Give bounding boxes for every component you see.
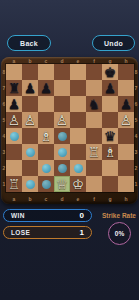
- strike-rate-gauge: 0%: [108, 222, 131, 245]
- coordinate-file-label: h: [118, 196, 134, 202]
- coordinate-file-label: d: [54, 196, 70, 202]
- square-c2[interactable]: [38, 160, 54, 176]
- piece-white-pawn[interactable]: ♙: [54, 112, 70, 128]
- square-h2[interactable]: [118, 160, 134, 176]
- square-e8[interactable]: [70, 64, 86, 80]
- coordinate-file-label: g: [102, 196, 118, 202]
- coordinate-rank-label: 7: [134, 80, 138, 96]
- square-c3[interactable]: [38, 144, 54, 160]
- square-d4[interactable]: [54, 128, 70, 144]
- square-g8[interactable]: ♚: [102, 64, 118, 80]
- piece-white-pawn[interactable]: ♙: [22, 112, 38, 128]
- piece-white-queen[interactable]: ♕: [54, 176, 70, 192]
- move-hint-dot[interactable]: [26, 180, 35, 189]
- back-button-label: Back: [20, 40, 38, 47]
- square-h8[interactable]: [118, 64, 134, 80]
- win-label: WIN: [11, 212, 80, 219]
- square-c4[interactable]: ♗: [38, 128, 54, 144]
- coordinate-rank-label: 1: [134, 176, 138, 192]
- move-hint-dot[interactable]: [58, 148, 67, 157]
- square-b2[interactable]: [22, 160, 38, 176]
- square-f3[interactable]: ♖: [86, 144, 102, 160]
- back-button[interactable]: Back: [7, 35, 51, 51]
- move-hint-dot[interactable]: [58, 164, 67, 173]
- piece-white-pawn[interactable]: ♙: [6, 112, 22, 128]
- piece-black-pawn[interactable]: ♟: [102, 80, 118, 96]
- piece-white-rook[interactable]: ♖: [86, 144, 102, 160]
- square-c7[interactable]: ♟: [38, 80, 54, 96]
- square-c1[interactable]: [38, 176, 54, 192]
- square-c8[interactable]: [38, 64, 54, 80]
- square-g3[interactable]: ♗: [102, 144, 118, 160]
- square-f2[interactable]: [86, 160, 102, 176]
- lose-value: 1: [80, 228, 84, 237]
- square-g5[interactable]: [102, 112, 118, 128]
- coordinate-file-label: f: [86, 196, 102, 202]
- win-counter: WIN 0: [3, 209, 92, 222]
- square-h4[interactable]: [118, 128, 134, 144]
- piece-black-pawn[interactable]: ♟: [6, 96, 22, 112]
- square-a5[interactable]: ♙: [6, 112, 22, 128]
- piece-white-bishop[interactable]: ♗: [38, 128, 54, 144]
- piece-black-pawn[interactable]: ♟: [118, 96, 134, 112]
- square-h6[interactable]: ♟: [118, 96, 134, 112]
- square-f5[interactable]: [86, 112, 102, 128]
- piece-white-bishop[interactable]: ♗: [102, 144, 118, 160]
- move-hint-dot[interactable]: [10, 132, 19, 141]
- square-b7[interactable]: ♟: [22, 80, 38, 96]
- coordinate-rank-label: 8: [134, 64, 138, 80]
- coordinate-file-label: a: [6, 196, 22, 202]
- square-f8[interactable]: [86, 64, 102, 80]
- square-b6[interactable]: [22, 96, 38, 112]
- move-hint-dot[interactable]: [74, 164, 83, 173]
- move-hint-dot[interactable]: [58, 132, 67, 141]
- square-d3[interactable]: [54, 144, 70, 160]
- coordinate-file-label: c: [38, 196, 54, 202]
- coordinate-rank-label: 4: [134, 128, 138, 144]
- square-a6[interactable]: ♟: [6, 96, 22, 112]
- lose-counter: LOSE 1: [3, 226, 92, 239]
- win-value: 0: [80, 211, 84, 220]
- move-hint-dot[interactable]: [42, 164, 51, 173]
- undo-button[interactable]: Undo: [92, 35, 135, 51]
- coordinate-rank-label: 5: [134, 112, 138, 128]
- square-a7[interactable]: ♜: [6, 80, 22, 96]
- square-h7[interactable]: [118, 80, 134, 96]
- square-h3[interactable]: [118, 144, 134, 160]
- square-b3[interactable]: [22, 144, 38, 160]
- square-d8[interactable]: [54, 64, 70, 80]
- chess-board[interactable]: ♚♜♟♟♟♟♞♟♙♙♙♙♗♛♖♗♖♕♔: [6, 64, 134, 192]
- coordinate-rank-label: 2: [134, 160, 138, 176]
- square-g6[interactable]: [102, 96, 118, 112]
- square-c6[interactable]: [38, 96, 54, 112]
- square-a1[interactable]: ♖: [6, 176, 22, 192]
- coordinate-file-label: b: [22, 196, 38, 202]
- square-a3[interactable]: [6, 144, 22, 160]
- square-g7[interactable]: ♟: [102, 80, 118, 96]
- square-e6[interactable]: [70, 96, 86, 112]
- piece-black-queen[interactable]: ♛: [102, 128, 118, 144]
- square-g2[interactable]: [102, 160, 118, 176]
- piece-black-pawn[interactable]: ♟: [22, 80, 38, 96]
- coordinate-rank-label: 6: [134, 96, 138, 112]
- move-hint-dot[interactable]: [42, 180, 51, 189]
- square-b8[interactable]: [22, 64, 38, 80]
- square-d5[interactable]: ♙: [54, 112, 70, 128]
- piece-black-rook[interactable]: ♜: [6, 80, 22, 96]
- square-g1[interactable]: [102, 176, 118, 192]
- square-e4[interactable]: [70, 128, 86, 144]
- square-b4[interactable]: [22, 128, 38, 144]
- square-b1[interactable]: [22, 176, 38, 192]
- piece-black-pawn[interactable]: ♟: [38, 80, 54, 96]
- square-f6[interactable]: ♞: [86, 96, 102, 112]
- square-h1[interactable]: [118, 176, 134, 192]
- piece-white-pawn[interactable]: ♙: [118, 112, 134, 128]
- square-d2[interactable]: [54, 160, 70, 176]
- square-a8[interactable]: [6, 64, 22, 80]
- square-f4[interactable]: [86, 128, 102, 144]
- square-e5[interactable]: [70, 112, 86, 128]
- square-d7[interactable]: [54, 80, 70, 96]
- undo-button-label: Undo: [104, 40, 123, 47]
- lose-label: LOSE: [11, 229, 80, 236]
- square-a2[interactable]: [6, 160, 22, 176]
- square-b5[interactable]: ♙: [22, 112, 38, 128]
- square-e3[interactable]: [70, 144, 86, 160]
- square-e7[interactable]: [70, 80, 86, 96]
- piece-white-rook[interactable]: ♖: [6, 176, 22, 192]
- coordinate-file-label: e: [70, 196, 86, 202]
- square-c5[interactable]: [38, 112, 54, 128]
- square-a4[interactable]: [6, 128, 22, 144]
- square-d6[interactable]: [54, 96, 70, 112]
- square-g4[interactable]: ♛: [102, 128, 118, 144]
- square-e2[interactable]: [70, 160, 86, 176]
- square-f1[interactable]: [86, 176, 102, 192]
- square-e1[interactable]: ♔: [70, 176, 86, 192]
- coordinate-rank-label: 3: [134, 144, 138, 160]
- move-hint-dot[interactable]: [26, 148, 35, 157]
- square-h5[interactable]: ♙: [118, 112, 134, 128]
- piece-black-king[interactable]: ♚: [102, 64, 118, 80]
- chess-app-screen: Back Undo aabbccddeeffgghh88776655443322…: [0, 0, 139, 300]
- square-f7[interactable]: [86, 80, 102, 96]
- strike-rate-value: 0%: [115, 230, 124, 237]
- piece-white-king[interactable]: ♔: [70, 176, 86, 192]
- piece-black-knight[interactable]: ♞: [86, 96, 102, 112]
- square-d1[interactable]: ♕: [54, 176, 70, 192]
- strike-rate-label: Strike Rate: [99, 212, 139, 219]
